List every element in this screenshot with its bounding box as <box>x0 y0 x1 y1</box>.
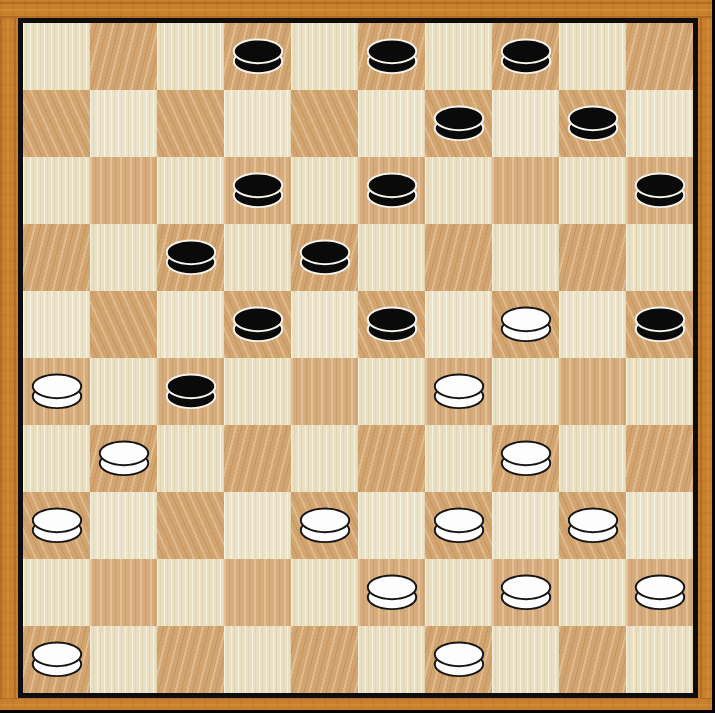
square-15[interactable] <box>626 157 693 224</box>
light-square <box>492 358 559 425</box>
square-36[interactable] <box>23 492 90 559</box>
light-square <box>559 425 626 492</box>
light-square <box>492 90 559 157</box>
light-square <box>224 90 291 157</box>
light-square <box>291 157 358 224</box>
board-border <box>18 18 698 698</box>
light-square <box>90 492 157 559</box>
light-square <box>492 492 559 559</box>
black-man[interactable] <box>231 172 285 210</box>
square-18[interactable] <box>291 224 358 291</box>
square-12[interactable] <box>224 157 291 224</box>
black-man[interactable] <box>164 239 218 277</box>
light-square <box>157 23 224 90</box>
light-square <box>559 559 626 626</box>
light-square <box>157 559 224 626</box>
white-man[interactable] <box>365 574 419 612</box>
light-square <box>90 358 157 425</box>
square-6[interactable] <box>23 90 90 157</box>
square-47[interactable] <box>157 626 224 693</box>
wood-frame-top <box>0 0 715 18</box>
light-square <box>626 626 693 693</box>
white-man[interactable] <box>432 507 486 545</box>
light-square <box>23 559 90 626</box>
square-25[interactable] <box>626 291 693 358</box>
light-square <box>23 23 90 90</box>
light-square <box>90 626 157 693</box>
square-38[interactable] <box>291 492 358 559</box>
white-man[interactable] <box>30 507 84 545</box>
square-3[interactable] <box>358 23 425 90</box>
white-man[interactable] <box>432 373 486 411</box>
black-man[interactable] <box>164 373 218 411</box>
square-41[interactable] <box>90 559 157 626</box>
square-13[interactable] <box>358 157 425 224</box>
light-square <box>492 626 559 693</box>
light-square <box>224 224 291 291</box>
light-square <box>224 626 291 693</box>
square-16[interactable] <box>23 224 90 291</box>
square-28[interactable] <box>291 358 358 425</box>
square-20[interactable] <box>559 224 626 291</box>
light-square <box>157 425 224 492</box>
light-square <box>90 90 157 157</box>
light-square <box>291 291 358 358</box>
square-4[interactable] <box>492 23 559 90</box>
light-square <box>425 157 492 224</box>
light-square <box>23 425 90 492</box>
black-man[interactable] <box>499 38 553 76</box>
light-square <box>559 23 626 90</box>
white-man[interactable] <box>30 373 84 411</box>
black-man[interactable] <box>231 38 285 76</box>
square-23[interactable] <box>358 291 425 358</box>
square-30[interactable] <box>559 358 626 425</box>
square-31[interactable] <box>90 425 157 492</box>
light-square <box>291 425 358 492</box>
black-man[interactable] <box>432 105 486 143</box>
light-square <box>291 559 358 626</box>
light-square <box>425 23 492 90</box>
black-man[interactable] <box>231 306 285 344</box>
light-square <box>358 492 425 559</box>
square-37[interactable] <box>157 492 224 559</box>
square-49[interactable] <box>425 626 492 693</box>
square-48[interactable] <box>291 626 358 693</box>
light-square <box>291 23 358 90</box>
square-39[interactable] <box>425 492 492 559</box>
square-8[interactable] <box>291 90 358 157</box>
light-square <box>425 425 492 492</box>
light-square <box>358 626 425 693</box>
square-40[interactable] <box>559 492 626 559</box>
square-44[interactable] <box>492 559 559 626</box>
square-10[interactable] <box>559 90 626 157</box>
wooden-board-frame <box>0 0 715 713</box>
square-33[interactable] <box>358 425 425 492</box>
light-square <box>224 358 291 425</box>
black-man[interactable] <box>633 306 687 344</box>
light-square <box>358 224 425 291</box>
square-35[interactable] <box>626 425 693 492</box>
square-32[interactable] <box>224 425 291 492</box>
square-21[interactable] <box>90 291 157 358</box>
square-9[interactable] <box>425 90 492 157</box>
square-42[interactable] <box>224 559 291 626</box>
square-14[interactable] <box>492 157 559 224</box>
white-man[interactable] <box>566 507 620 545</box>
light-square <box>425 559 492 626</box>
light-square <box>626 224 693 291</box>
square-45[interactable] <box>626 559 693 626</box>
light-square <box>626 492 693 559</box>
square-46[interactable] <box>23 626 90 693</box>
light-square <box>358 358 425 425</box>
light-square <box>23 291 90 358</box>
square-11[interactable] <box>90 157 157 224</box>
square-2[interactable] <box>224 23 291 90</box>
black-man[interactable] <box>566 105 620 143</box>
square-43[interactable] <box>358 559 425 626</box>
black-man[interactable] <box>633 172 687 210</box>
square-50[interactable] <box>559 626 626 693</box>
white-man[interactable] <box>499 440 553 478</box>
light-square <box>157 291 224 358</box>
white-man[interactable] <box>298 507 352 545</box>
white-man[interactable] <box>499 306 553 344</box>
square-1[interactable] <box>90 23 157 90</box>
black-man[interactable] <box>365 38 419 76</box>
light-square <box>23 157 90 224</box>
square-34[interactable] <box>492 425 559 492</box>
light-square <box>626 90 693 157</box>
light-square <box>90 224 157 291</box>
square-26[interactable] <box>23 358 90 425</box>
light-square <box>358 90 425 157</box>
square-22[interactable] <box>224 291 291 358</box>
square-5[interactable] <box>626 23 693 90</box>
square-24[interactable] <box>492 291 559 358</box>
white-man[interactable] <box>633 574 687 612</box>
white-man[interactable] <box>499 574 553 612</box>
white-man[interactable] <box>97 440 151 478</box>
square-19[interactable] <box>425 224 492 291</box>
light-square <box>492 224 559 291</box>
black-man[interactable] <box>365 306 419 344</box>
white-man[interactable] <box>432 641 486 679</box>
light-square <box>224 492 291 559</box>
black-man[interactable] <box>365 172 419 210</box>
light-square <box>425 291 492 358</box>
light-square <box>157 157 224 224</box>
square-7[interactable] <box>157 90 224 157</box>
light-square <box>559 291 626 358</box>
light-square <box>559 157 626 224</box>
board <box>23 23 693 693</box>
wood-frame-bottom <box>0 698 715 713</box>
black-man[interactable] <box>298 239 352 277</box>
white-man[interactable] <box>30 641 84 679</box>
square-27[interactable] <box>157 358 224 425</box>
square-29[interactable] <box>425 358 492 425</box>
square-17[interactable] <box>157 224 224 291</box>
light-square <box>626 358 693 425</box>
